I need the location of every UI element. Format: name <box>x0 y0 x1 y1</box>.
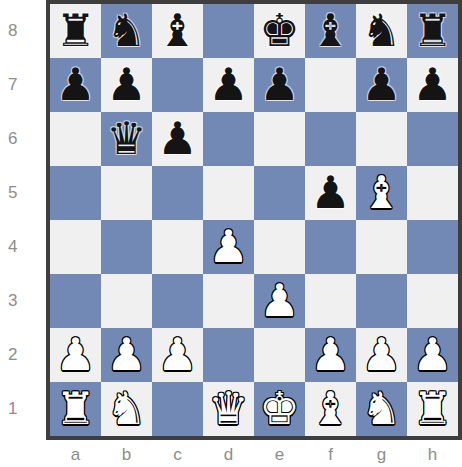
square-e7[interactable]: ♟ <box>254 58 305 112</box>
white-bishop-piece[interactable]: ♝ <box>305 382 356 436</box>
square-b6[interactable]: ♛ <box>101 112 152 166</box>
square-a8[interactable]: ♜ <box>50 4 101 58</box>
white-bishop-piece[interactable]: ♝ <box>356 166 407 220</box>
rank-label-1: 1 <box>0 382 46 436</box>
square-c8[interactable]: ♝ <box>152 4 203 58</box>
black-queen-piece[interactable]: ♛ <box>101 112 152 166</box>
square-c2[interactable]: ♟ <box>152 328 203 382</box>
square-g2[interactable]: ♟ <box>356 328 407 382</box>
square-d6[interactable] <box>203 112 254 166</box>
square-d3[interactable] <box>203 274 254 328</box>
square-e5[interactable] <box>254 166 305 220</box>
white-pawn-piece[interactable]: ♟ <box>152 328 203 382</box>
square-a3[interactable] <box>50 274 101 328</box>
square-b7[interactable]: ♟ <box>101 58 152 112</box>
black-rook-piece[interactable]: ♜ <box>50 4 101 58</box>
square-d8[interactable] <box>203 4 254 58</box>
black-pawn-piece[interactable]: ♟ <box>356 58 407 112</box>
rank-label-4: 4 <box>0 220 46 274</box>
white-pawn-piece[interactable]: ♟ <box>305 328 356 382</box>
file-label-h: h <box>407 445 458 465</box>
rank-label-6: 6 <box>0 112 46 166</box>
square-f7[interactable] <box>305 58 356 112</box>
rank-labels: 87654321 <box>0 4 46 436</box>
square-b2[interactable]: ♟ <box>101 328 152 382</box>
square-a5[interactable] <box>50 166 101 220</box>
square-f6[interactable] <box>305 112 356 166</box>
chess-board-screenshot: 87654321 ♜♞♝♚♝♞♜♟♟♟♟♟♟♛♟♟♝♟♟♟♟♟♟♟♟♜♞♛♚♝♞… <box>0 0 462 467</box>
square-h8[interactable]: ♜ <box>407 4 458 58</box>
square-f2[interactable]: ♟ <box>305 328 356 382</box>
square-h2[interactable]: ♟ <box>407 328 458 382</box>
black-knight-piece[interactable]: ♞ <box>356 4 407 58</box>
square-b1[interactable]: ♞ <box>101 382 152 436</box>
square-f1[interactable]: ♝ <box>305 382 356 436</box>
square-c3[interactable] <box>152 274 203 328</box>
square-f3[interactable] <box>305 274 356 328</box>
square-b4[interactable] <box>101 220 152 274</box>
square-d7[interactable]: ♟ <box>203 58 254 112</box>
square-e4[interactable] <box>254 220 305 274</box>
square-c4[interactable] <box>152 220 203 274</box>
square-g1[interactable]: ♞ <box>356 382 407 436</box>
rank-label-2: 2 <box>0 328 46 382</box>
square-h5[interactable] <box>407 166 458 220</box>
white-pawn-piece[interactable]: ♟ <box>407 328 458 382</box>
rank-label-3: 3 <box>0 274 46 328</box>
square-a7[interactable]: ♟ <box>50 58 101 112</box>
white-king-piece[interactable]: ♚ <box>254 382 305 436</box>
black-knight-piece[interactable]: ♞ <box>101 4 152 58</box>
white-pawn-piece[interactable]: ♟ <box>356 328 407 382</box>
square-a6[interactable] <box>50 112 101 166</box>
square-d4[interactable]: ♟ <box>203 220 254 274</box>
square-c6[interactable]: ♟ <box>152 112 203 166</box>
square-a2[interactable]: ♟ <box>50 328 101 382</box>
white-pawn-piece[interactable]: ♟ <box>203 220 254 274</box>
white-pawn-piece[interactable]: ♟ <box>254 274 305 328</box>
square-d1[interactable]: ♛ <box>203 382 254 436</box>
black-bishop-piece[interactable]: ♝ <box>152 4 203 58</box>
white-rook-piece[interactable]: ♜ <box>50 382 101 436</box>
black-pawn-piece[interactable]: ♟ <box>203 58 254 112</box>
file-label-d: d <box>203 445 254 465</box>
black-bishop-piece[interactable]: ♝ <box>305 4 356 58</box>
white-queen-piece[interactable]: ♛ <box>203 382 254 436</box>
file-label-b: b <box>101 445 152 465</box>
square-c5[interactable] <box>152 166 203 220</box>
square-b3[interactable] <box>101 274 152 328</box>
white-pawn-piece[interactable]: ♟ <box>50 328 101 382</box>
file-label-g: g <box>356 445 407 465</box>
square-d5[interactable] <box>203 166 254 220</box>
square-g6[interactable] <box>356 112 407 166</box>
square-h3[interactable] <box>407 274 458 328</box>
square-b5[interactable] <box>101 166 152 220</box>
rank-label-8: 8 <box>0 4 46 58</box>
black-pawn-piece[interactable]: ♟ <box>101 58 152 112</box>
square-e6[interactable] <box>254 112 305 166</box>
rank-label-5: 5 <box>0 166 46 220</box>
black-pawn-piece[interactable]: ♟ <box>407 58 458 112</box>
file-labels: abcdefgh <box>50 445 458 465</box>
white-knight-piece[interactable]: ♞ <box>356 382 407 436</box>
square-a1[interactable]: ♜ <box>50 382 101 436</box>
square-g8[interactable]: ♞ <box>356 4 407 58</box>
black-pawn-piece[interactable]: ♟ <box>50 58 101 112</box>
file-label-e: e <box>254 445 305 465</box>
file-label-f: f <box>305 445 356 465</box>
white-pawn-piece[interactable]: ♟ <box>101 328 152 382</box>
square-g7[interactable]: ♟ <box>356 58 407 112</box>
square-g5[interactable]: ♝ <box>356 166 407 220</box>
square-e1[interactable]: ♚ <box>254 382 305 436</box>
square-h1[interactable]: ♜ <box>407 382 458 436</box>
square-g3[interactable] <box>356 274 407 328</box>
square-c1[interactable] <box>152 382 203 436</box>
black-pawn-piece[interactable]: ♟ <box>152 112 203 166</box>
black-rook-piece[interactable]: ♜ <box>407 4 458 58</box>
black-pawn-piece[interactable]: ♟ <box>305 166 356 220</box>
square-h6[interactable] <box>407 112 458 166</box>
square-a4[interactable] <box>50 220 101 274</box>
file-label-c: c <box>152 445 203 465</box>
black-pawn-piece[interactable]: ♟ <box>254 58 305 112</box>
square-e2[interactable] <box>254 328 305 382</box>
black-king-piece[interactable]: ♚ <box>254 4 305 58</box>
board: ♜♞♝♚♝♞♜♟♟♟♟♟♟♛♟♟♝♟♟♟♟♟♟♟♟♜♞♛♚♝♞♜ <box>46 0 462 440</box>
white-knight-piece[interactable]: ♞ <box>101 382 152 436</box>
square-h7[interactable]: ♟ <box>407 58 458 112</box>
square-f8[interactable]: ♝ <box>305 4 356 58</box>
rank-label-7: 7 <box>0 58 46 112</box>
white-rook-piece[interactable]: ♜ <box>407 382 458 436</box>
square-h4[interactable] <box>407 220 458 274</box>
square-f4[interactable] <box>305 220 356 274</box>
square-c7[interactable] <box>152 58 203 112</box>
square-d2[interactable] <box>203 328 254 382</box>
square-f5[interactable]: ♟ <box>305 166 356 220</box>
square-e3[interactable]: ♟ <box>254 274 305 328</box>
square-b8[interactable]: ♞ <box>101 4 152 58</box>
file-label-a: a <box>50 445 101 465</box>
square-e8[interactable]: ♚ <box>254 4 305 58</box>
square-g4[interactable] <box>356 220 407 274</box>
